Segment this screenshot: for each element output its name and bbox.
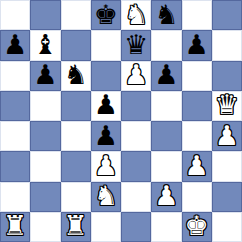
square-c7[interactable] [61,30,91,60]
square-h1[interactable] [212,212,242,242]
piece-black-knight: ♞ [64,61,88,88]
square-d4[interactable]: ♟ [91,121,121,151]
square-e7[interactable]: ♛ [121,30,151,60]
square-h6[interactable] [212,61,242,91]
square-f5[interactable] [151,91,181,121]
piece-white-pawn: ♟ [185,152,209,179]
square-g8[interactable] [182,0,212,30]
piece-white-rook: ♜ [3,212,27,239]
square-g3[interactable]: ♟ [182,151,212,181]
square-g4[interactable] [182,121,212,151]
piece-black-pawn: ♟ [3,31,27,58]
square-h4[interactable]: ♟ [212,121,242,151]
piece-black-pawn: ♟ [33,61,57,88]
square-a4[interactable] [0,121,30,151]
square-d3[interactable]: ♟ [91,151,121,181]
square-f8[interactable]: ♞ [151,0,181,30]
square-h5[interactable]: ♛ [212,91,242,121]
square-g5[interactable] [182,91,212,121]
piece-black-pawn: ♟ [94,122,118,149]
piece-black-pawn: ♟ [94,91,118,118]
square-d7[interactable] [91,30,121,60]
square-f6[interactable]: ♟ [151,61,181,91]
piece-white-knight: ♞ [94,182,118,209]
piece-black-king: ♚ [94,1,118,28]
square-h7[interactable] [212,30,242,60]
square-b3[interactable] [30,151,60,181]
piece-white-pawn: ♟ [154,182,178,209]
square-b7[interactable]: ♝ [30,30,60,60]
piece-white-pawn: ♟ [124,61,148,88]
square-g6[interactable] [182,61,212,91]
square-c2[interactable] [61,182,91,212]
piece-black-queen: ♛ [124,31,148,58]
square-f2[interactable]: ♟ [151,182,181,212]
piece-black-bishop: ♝ [33,31,57,58]
piece-white-queen: ♛ [215,91,239,118]
square-d6[interactable] [91,61,121,91]
square-d1[interactable] [91,212,121,242]
square-f1[interactable] [151,212,181,242]
square-g7[interactable]: ♟ [182,30,212,60]
square-b5[interactable] [30,91,60,121]
square-e4[interactable] [121,121,151,151]
square-a6[interactable] [0,61,30,91]
square-a2[interactable] [0,182,30,212]
square-c3[interactable] [61,151,91,181]
piece-black-pawn: ♟ [154,61,178,88]
square-c4[interactable] [61,121,91,151]
square-h2[interactable] [212,182,242,212]
square-c6[interactable]: ♞ [61,61,91,91]
square-d2[interactable]: ♞ [91,182,121,212]
square-h8[interactable] [212,0,242,30]
square-b1[interactable] [30,212,60,242]
square-d8[interactable]: ♚ [91,0,121,30]
square-b2[interactable] [30,182,60,212]
square-c5[interactable] [61,91,91,121]
piece-white-knight: ♞ [124,1,148,28]
square-g2[interactable] [182,182,212,212]
square-e6[interactable]: ♟ [121,61,151,91]
piece-black-pawn: ♟ [185,31,209,58]
piece-white-rook: ♜ [64,212,88,239]
square-g1[interactable]: ♚ [182,212,212,242]
square-e5[interactable] [121,91,151,121]
square-e8[interactable]: ♞ [121,0,151,30]
square-f7[interactable] [151,30,181,60]
square-b4[interactable] [30,121,60,151]
square-f3[interactable] [151,151,181,181]
square-c1[interactable]: ♜ [61,212,91,242]
square-h3[interactable] [212,151,242,181]
square-a7[interactable]: ♟ [0,30,30,60]
square-c8[interactable] [61,0,91,30]
square-a3[interactable] [0,151,30,181]
piece-black-knight: ♞ [154,1,178,28]
square-e1[interactable] [121,212,151,242]
piece-white-pawn: ♟ [94,152,118,179]
square-e2[interactable] [121,182,151,212]
square-e3[interactable] [121,151,151,181]
square-f4[interactable] [151,121,181,151]
square-b6[interactable]: ♟ [30,61,60,91]
chess-board: ♚♞♞♟♝♛♟♟♞♟♟♟♛♟♟♟♟♞♟♜♜♚ [0,0,242,242]
square-b8[interactable] [30,0,60,30]
square-a1[interactable]: ♜ [0,212,30,242]
piece-white-pawn: ♟ [215,122,239,149]
square-d5[interactable]: ♟ [91,91,121,121]
square-a5[interactable] [0,91,30,121]
square-a8[interactable] [0,0,30,30]
piece-white-king: ♚ [185,212,209,239]
